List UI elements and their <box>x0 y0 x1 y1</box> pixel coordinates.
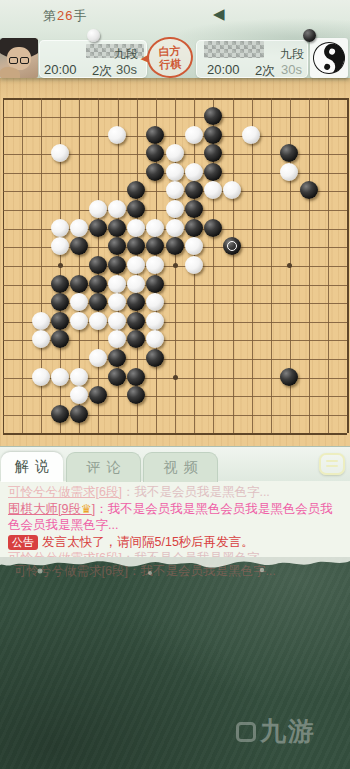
white-stone <box>70 386 88 404</box>
white-stone <box>185 163 203 181</box>
turn-indicator-seal: ◀ 白方 行棋 <box>146 36 194 79</box>
star-point <box>173 263 178 268</box>
right-player-rank: 九段 <box>280 46 304 63</box>
white-stone <box>108 126 126 144</box>
white-stone <box>280 163 298 181</box>
right-player-main-time: 20:00 <box>207 62 240 77</box>
tab-comments[interactable]: 评论 <box>66 452 141 482</box>
black-stone <box>127 386 145 404</box>
black-stone <box>70 275 88 293</box>
black-stone <box>204 163 222 181</box>
announcement-badge: 公告 <box>8 535 38 550</box>
grid-line-vertical <box>328 98 329 433</box>
white-stone <box>185 256 203 274</box>
grid-line-horizontal <box>3 396 348 397</box>
grid-line-horizontal <box>3 359 348 360</box>
white-stone <box>166 163 184 181</box>
white-stone <box>146 256 164 274</box>
white-stone <box>108 200 126 218</box>
white-stone <box>146 219 164 237</box>
app-screen: 第26手 ◀ 九段 20:00 2次 30s ◀ 白方 行棋 九段 20:00 … <box>0 0 350 769</box>
white-stone <box>32 330 50 348</box>
white-stone <box>127 219 145 237</box>
watermark-logo: 九游 <box>236 714 316 749</box>
left-player-rank: 九段 <box>114 46 138 63</box>
black-stone <box>127 368 145 386</box>
black-stone <box>146 349 164 367</box>
white-stone <box>108 312 126 330</box>
black-stone <box>70 405 88 423</box>
black-stone <box>280 144 298 162</box>
chat-username[interactable]: 可怜兮兮做需求[6段] <box>8 485 122 499</box>
white-stone <box>146 312 164 330</box>
black-stone <box>89 386 107 404</box>
white-stone <box>51 237 69 255</box>
white-stone <box>108 330 126 348</box>
right-player-byoyomi: 30s <box>281 62 302 77</box>
avatar-glasses <box>20 57 29 64</box>
black-stone <box>204 107 222 125</box>
seal-notch-icon: ◀ <box>141 53 148 64</box>
white-stone <box>51 219 69 237</box>
white-stone <box>108 275 126 293</box>
black-stone <box>146 163 164 181</box>
white-stone <box>185 237 203 255</box>
black-stone <box>51 405 69 423</box>
white-stone <box>146 330 164 348</box>
black-stone <box>127 330 145 348</box>
star-point <box>287 263 292 268</box>
move-number: 26 <box>57 8 73 23</box>
black-stone <box>146 144 164 162</box>
tab-video[interactable]: 视频 <box>143 452 218 482</box>
black-stone <box>185 200 203 218</box>
black-stone <box>127 312 145 330</box>
left-player-main-time: 20:00 <box>44 62 77 77</box>
left-player-avatar[interactable] <box>0 38 38 78</box>
white-stone <box>166 144 184 162</box>
white-stone <box>89 200 107 218</box>
header: 第26手 ◀ 九段 20:00 2次 30s ◀ 白方 行棋 九段 20:00 … <box>0 0 350 78</box>
black-stone <box>51 312 69 330</box>
grid-line-vertical <box>252 98 253 433</box>
white-stone <box>70 312 88 330</box>
crown-icon: ♛ <box>81 502 92 516</box>
black-stone <box>280 368 298 386</box>
chat-panel: 可怜兮兮做需求[6段]：我不是会员我是黑色字... 围棋大师[9段♛]：我不是会… <box>0 481 350 567</box>
chat-message: 可怜兮兮做需求[6段]：我不是会员我是黑色字... <box>8 484 342 501</box>
white-stone <box>166 200 184 218</box>
seal-line1: 白方 <box>158 44 181 58</box>
tab-commentary[interactable]: 解说 <box>1 452 63 482</box>
black-stone <box>51 330 69 348</box>
chat-announcement: 公告发言太快了，请间隔5/15秒后再发言。 <box>8 534 342 551</box>
black-stone <box>108 368 126 386</box>
last-move-marker <box>227 241 237 251</box>
white-stone <box>70 368 88 386</box>
left-player-periods: 2次 <box>92 62 112 80</box>
tab-bar: 解说 评论 视频 <box>0 446 350 481</box>
white-stone <box>185 126 203 144</box>
white-stone <box>204 181 222 199</box>
white-stone <box>70 219 88 237</box>
black-stone <box>300 181 318 199</box>
black-stone <box>89 275 107 293</box>
black-stone <box>223 237 241 255</box>
right-player-avatar[interactable] <box>310 38 348 78</box>
go-board[interactable] <box>0 78 350 446</box>
black-stone <box>166 237 184 255</box>
black-stone <box>185 181 203 199</box>
white-stone <box>32 368 50 386</box>
chat-bubble-icon[interactable] <box>319 453 345 475</box>
grid-line-vertical <box>271 98 272 433</box>
watermark-icon <box>236 722 256 742</box>
black-stone <box>146 126 164 144</box>
black-stone <box>146 237 164 255</box>
black-stone <box>108 256 126 274</box>
star-point <box>173 375 178 380</box>
white-stone <box>89 349 107 367</box>
right-player-periods: 2次 <box>255 62 275 80</box>
right-player-name-censored <box>204 41 264 58</box>
avatar-hand <box>0 67 20 78</box>
grid-line-horizontal <box>3 433 348 435</box>
avatar-glasses <box>9 57 18 64</box>
white-stone-icon <box>87 29 100 42</box>
left-player-byoyomi: 30s <box>116 62 137 77</box>
watermark-text: 九游 <box>260 714 316 749</box>
black-stone <box>51 293 69 311</box>
black-stone <box>89 256 107 274</box>
chat-username[interactable]: 围棋大师[9段♛] <box>8 502 95 516</box>
collapse-arrow-icon[interactable]: ◀ <box>213 5 225 23</box>
announcement-text: 发言太快了，请间隔5/15秒后再发言。 <box>42 535 254 549</box>
white-stone <box>223 181 241 199</box>
white-stone <box>89 312 107 330</box>
white-stone <box>32 312 50 330</box>
move-counter: 第26手 <box>43 7 87 25</box>
white-stone <box>166 219 184 237</box>
chat-text: ：我不是会员我是黑色字... <box>122 485 270 499</box>
black-stone <box>127 237 145 255</box>
yinyang-icon <box>309 38 349 78</box>
grid-line-vertical <box>233 98 234 433</box>
black-stone <box>146 275 164 293</box>
black-stone <box>204 144 222 162</box>
white-stone <box>51 144 69 162</box>
black-stone <box>70 237 88 255</box>
black-stone <box>127 293 145 311</box>
black-stone <box>127 181 145 199</box>
star-point <box>58 263 63 268</box>
white-stone <box>70 293 88 311</box>
seal-line2: 行棋 <box>159 57 182 71</box>
black-stone <box>127 200 145 218</box>
black-stone <box>108 237 126 255</box>
white-stone <box>242 126 260 144</box>
ink-torn-edge <box>0 557 350 581</box>
chat-message-vip: 围棋大师[9段♛]：我不是会员我是黑色会员我是黑色会员我色会员我是黑色字... <box>8 501 342 534</box>
white-stone <box>108 293 126 311</box>
grid-line-vertical <box>309 98 310 433</box>
black-stone <box>108 219 126 237</box>
white-stone <box>51 368 69 386</box>
black-stone <box>185 219 203 237</box>
black-stone <box>204 126 222 144</box>
white-stone <box>146 293 164 311</box>
white-stone <box>127 275 145 293</box>
black-stone <box>89 293 107 311</box>
black-stone-icon <box>303 29 316 42</box>
white-stone <box>166 181 184 199</box>
black-stone <box>51 275 69 293</box>
grid-line-vertical <box>347 98 349 433</box>
black-stone <box>108 349 126 367</box>
black-stone <box>204 219 222 237</box>
white-stone <box>127 256 145 274</box>
black-stone <box>89 219 107 237</box>
